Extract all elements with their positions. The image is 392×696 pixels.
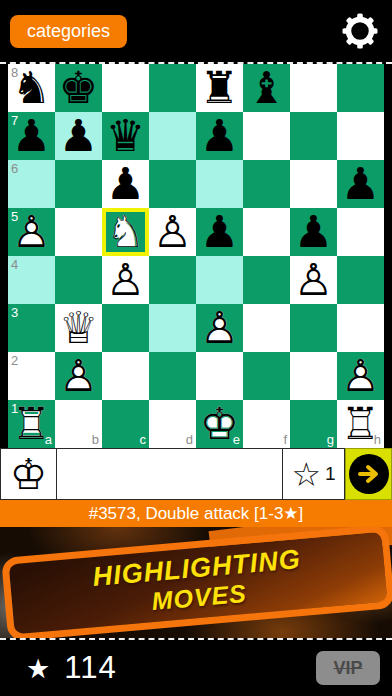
ad-banner-line2: MOVES bbox=[151, 580, 248, 616]
square-d6[interactable] bbox=[149, 160, 196, 208]
square-f5[interactable] bbox=[243, 208, 290, 256]
piece-white-queen: ♛♕ bbox=[55, 304, 102, 352]
piece-white-pawn: ♟♙ bbox=[290, 256, 337, 304]
rating-button[interactable]: ☆ 1 bbox=[283, 448, 345, 500]
app-root: categories bbox=[0, 0, 392, 696]
rank-label: 7 bbox=[11, 114, 18, 127]
score-value: 114 bbox=[64, 650, 116, 686]
square-f3[interactable] bbox=[243, 304, 290, 352]
piece-black-pawn: ♟ bbox=[102, 160, 149, 208]
piece-white-pawn: ♟♙ bbox=[196, 304, 243, 352]
square-b6[interactable] bbox=[55, 160, 102, 208]
piece-black-pawn: ♟ bbox=[290, 208, 337, 256]
square-d2[interactable] bbox=[149, 352, 196, 400]
ad-area[interactable]: HIGHLIGHTING MOVES bbox=[0, 527, 392, 638]
square-f2[interactable] bbox=[243, 352, 290, 400]
categories-button[interactable]: categories bbox=[10, 15, 127, 48]
move-list-box bbox=[57, 448, 283, 500]
puzzle-title-banner: #3573, Double attack [1-3★] bbox=[0, 500, 392, 527]
square-b8[interactable]: ♚ bbox=[55, 64, 102, 112]
square-f7[interactable] bbox=[243, 112, 290, 160]
square-f1[interactable]: f bbox=[243, 400, 290, 448]
square-g8[interactable] bbox=[290, 64, 337, 112]
square-c1[interactable]: c bbox=[102, 400, 149, 448]
piece-white-knight: ♞♘ bbox=[102, 208, 149, 256]
square-d5[interactable]: ♟♙ bbox=[149, 208, 196, 256]
square-h4[interactable] bbox=[337, 256, 384, 304]
top-bar: categories bbox=[0, 0, 392, 62]
square-c5[interactable]: ♞♘ bbox=[102, 208, 149, 256]
square-g4[interactable]: ♟♙ bbox=[290, 256, 337, 304]
square-e1[interactable]: e♚♔ bbox=[196, 400, 243, 448]
square-f6[interactable] bbox=[243, 160, 290, 208]
piece-white-pawn: ♟♙ bbox=[55, 352, 102, 400]
square-a8[interactable]: 8♞ bbox=[8, 64, 55, 112]
gear-icon[interactable] bbox=[340, 11, 380, 51]
rank-label: 2 bbox=[11, 354, 18, 367]
piece-black-pawn: ♟ bbox=[196, 208, 243, 256]
square-g7[interactable] bbox=[290, 112, 337, 160]
piece-white-pawn: ♟♙ bbox=[337, 352, 384, 400]
rank-label: 4 bbox=[11, 258, 18, 271]
star-filled-icon: ★ bbox=[26, 655, 50, 682]
piece-black-pawn: ♟ bbox=[196, 112, 243, 160]
square-a4[interactable]: 4 bbox=[8, 256, 55, 304]
piece-black-pawn: ♟ bbox=[55, 112, 102, 160]
square-f8[interactable]: ♝ bbox=[243, 64, 290, 112]
square-e5[interactable]: ♟ bbox=[196, 208, 243, 256]
file-label: e bbox=[233, 433, 240, 446]
chess-board: 8♞♚♜♝7♟♟♛♟6♟♟5♟♙♞♘♟♙♟♟4♟♙♟♙3♛♕♟♙2♟♙♟♙1a♜… bbox=[8, 64, 384, 448]
file-label: c bbox=[140, 433, 147, 446]
move-toolbar: ♚ ♔ ☆ 1 bbox=[0, 448, 392, 500]
piece-white-pawn: ♟♙ bbox=[149, 208, 196, 256]
square-d1[interactable]: d bbox=[149, 400, 196, 448]
file-label: b bbox=[92, 433, 99, 446]
rank-label: 5 bbox=[11, 210, 18, 223]
square-b5[interactable] bbox=[55, 208, 102, 256]
square-b7[interactable]: ♟ bbox=[55, 112, 102, 160]
square-b2[interactable]: ♟♙ bbox=[55, 352, 102, 400]
square-a6[interactable]: 6 bbox=[8, 160, 55, 208]
square-e3[interactable]: ♟♙ bbox=[196, 304, 243, 352]
square-e4[interactable] bbox=[196, 256, 243, 304]
square-c7[interactable]: ♛ bbox=[102, 112, 149, 160]
piece-black-bishop: ♝ bbox=[243, 64, 290, 112]
piece-black-rook: ♜ bbox=[196, 64, 243, 112]
file-label: g bbox=[327, 433, 334, 446]
square-a7[interactable]: 7♟ bbox=[8, 112, 55, 160]
square-g5[interactable]: ♟ bbox=[290, 208, 337, 256]
square-g6[interactable] bbox=[290, 160, 337, 208]
square-b3[interactable]: ♛♕ bbox=[55, 304, 102, 352]
file-label: h bbox=[374, 433, 381, 446]
side-to-move-indicator: ♚ ♔ bbox=[0, 448, 57, 500]
rank-label: 1 bbox=[11, 402, 18, 415]
piece-white-pawn: ♟♙ bbox=[102, 256, 149, 304]
file-label: d bbox=[186, 433, 193, 446]
rank-label: 8 bbox=[11, 66, 18, 79]
square-h6[interactable]: ♟ bbox=[337, 160, 384, 208]
square-a1[interactable]: 1a♜♖ bbox=[8, 400, 55, 448]
square-d7[interactable] bbox=[149, 112, 196, 160]
square-e6[interactable] bbox=[196, 160, 243, 208]
square-c4[interactable]: ♟♙ bbox=[102, 256, 149, 304]
bottom-bar: ★ 114 VIP bbox=[0, 640, 392, 696]
arrow-right-icon bbox=[349, 454, 389, 494]
square-h2[interactable]: ♟♙ bbox=[337, 352, 384, 400]
square-h5[interactable] bbox=[337, 208, 384, 256]
square-c8[interactable] bbox=[102, 64, 149, 112]
next-button[interactable] bbox=[345, 448, 392, 500]
square-h3[interactable] bbox=[337, 304, 384, 352]
rank-label: 6 bbox=[11, 162, 18, 175]
square-h8[interactable] bbox=[337, 64, 384, 112]
square-a5[interactable]: 5♟♙ bbox=[8, 208, 55, 256]
piece-black-pawn: ♟ bbox=[337, 160, 384, 208]
square-b1[interactable]: b bbox=[55, 400, 102, 448]
rank-label: 3 bbox=[11, 306, 18, 319]
piece-black-queen: ♛ bbox=[102, 112, 149, 160]
star-outline-icon: ☆ bbox=[291, 458, 321, 491]
square-d8[interactable] bbox=[149, 64, 196, 112]
file-label: a bbox=[45, 433, 52, 446]
square-g3[interactable] bbox=[290, 304, 337, 352]
square-e8[interactable]: ♜ bbox=[196, 64, 243, 112]
ad-banner[interactable]: HIGHLIGHTING MOVES bbox=[1, 527, 392, 638]
square-d3[interactable] bbox=[149, 304, 196, 352]
square-h7[interactable] bbox=[337, 112, 384, 160]
square-h1[interactable]: h♜♖ bbox=[337, 400, 384, 448]
square-a3[interactable]: 3 bbox=[8, 304, 55, 352]
file-label: f bbox=[283, 433, 287, 446]
rating-count: 1 bbox=[325, 463, 336, 485]
square-c6[interactable]: ♟ bbox=[102, 160, 149, 208]
square-g1[interactable]: g bbox=[290, 400, 337, 448]
square-g2[interactable] bbox=[290, 352, 337, 400]
square-e7[interactable]: ♟ bbox=[196, 112, 243, 160]
square-d4[interactable] bbox=[149, 256, 196, 304]
square-a2[interactable]: 2 bbox=[8, 352, 55, 400]
square-f4[interactable] bbox=[243, 256, 290, 304]
piece-black-king: ♚ bbox=[55, 64, 102, 112]
vip-button[interactable]: VIP bbox=[316, 651, 380, 685]
square-c2[interactable] bbox=[102, 352, 149, 400]
board-area: 8♞♚♜♝7♟♟♛♟6♟♟5♟♙♞♘♟♙♟♟4♟♙♟♙3♛♕♟♙2♟♙♟♙1a♜… bbox=[0, 64, 392, 448]
square-c3[interactable] bbox=[102, 304, 149, 352]
square-e2[interactable] bbox=[196, 352, 243, 400]
square-b4[interactable] bbox=[55, 256, 102, 304]
